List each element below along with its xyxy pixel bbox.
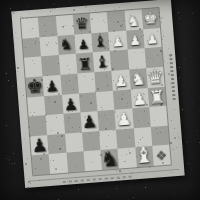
- square-b7[interactable]: [40, 36, 59, 57]
- piece-black-N-c7[interactable]: ♞: [59, 37, 74, 53]
- square-f7[interactable]: ♟: [108, 30, 127, 51]
- square-a1[interactable]: [32, 154, 51, 175]
- piece-black-P-d7[interactable]: ♟: [77, 38, 90, 52]
- piece-black-Q-d8[interactable]: ♛: [74, 15, 90, 32]
- piece-black-B-e7[interactable]: ♝: [93, 34, 108, 51]
- piece-white-P-g4[interactable]: ♟: [132, 91, 148, 108]
- square-b3[interactable]: [46, 114, 65, 135]
- square-f5[interactable]: ♟: [112, 69, 131, 90]
- piece-black-K-a5[interactable]: ♚: [26, 77, 45, 97]
- piece-white-K-h8[interactable]: ♚: [143, 10, 159, 27]
- square-e3[interactable]: [97, 110, 116, 131]
- square-e1[interactable]: ♞: [100, 149, 119, 170]
- square-h7[interactable]: ♟: [143, 28, 162, 49]
- square-e4[interactable]: [96, 90, 115, 111]
- square-d4[interactable]: [79, 92, 98, 113]
- piece-white-P-g7[interactable]: ♟: [129, 34, 142, 48]
- square-c3[interactable]: [63, 113, 82, 134]
- square-h3[interactable]: [149, 106, 168, 127]
- square-a7[interactable]: [22, 37, 41, 58]
- piece-white-P-f3[interactable]: ♟: [116, 111, 133, 129]
- square-f3[interactable]: ♟: [115, 109, 134, 130]
- piece-white-N-g8[interactable]: ♞: [127, 13, 141, 28]
- square-a5[interactable]: ♚: [26, 76, 45, 97]
- square-g7[interactable]: ♟: [126, 29, 145, 50]
- chess-board: ♛♞♚♞♟♝♟♟♟♜♝♚♟♟♞♛♟♟♜♟♟♟♞♝❖: [20, 7, 172, 176]
- piece-black-P-c4[interactable]: ♟: [63, 97, 79, 114]
- square-b6[interactable]: [41, 55, 60, 76]
- square-e8[interactable]: [90, 12, 109, 33]
- square-f6[interactable]: [110, 50, 129, 71]
- piece-white-N-g5[interactable]: ♞: [130, 71, 147, 89]
- square-f4[interactable]: [113, 89, 132, 110]
- square-h5[interactable]: ♛: [146, 67, 165, 88]
- piece-black-P-a2[interactable]: ♟: [31, 136, 49, 156]
- square-b4[interactable]: [44, 94, 63, 115]
- board-corner-logo-icon: ❖: [155, 148, 168, 162]
- square-h4[interactable]: ♜: [147, 86, 166, 107]
- square-g3[interactable]: [132, 107, 151, 128]
- piece-black-B-e6[interactable]: ♝: [94, 54, 110, 72]
- square-e7[interactable]: ♝: [91, 32, 110, 53]
- piece-black-P-b5[interactable]: ♟: [45, 79, 60, 95]
- square-f2[interactable]: [116, 128, 135, 149]
- square-b2[interactable]: [47, 133, 66, 154]
- square-d2[interactable]: [82, 131, 101, 152]
- square-g5[interactable]: ♞: [129, 68, 148, 89]
- square-c6[interactable]: [58, 54, 77, 75]
- square-a4[interactable]: [27, 96, 46, 117]
- piece-white-P-f7[interactable]: ♟: [112, 35, 125, 49]
- square-h8[interactable]: ♚: [141, 8, 160, 29]
- square-e6[interactable]: ♝: [93, 51, 112, 72]
- square-c1[interactable]: [66, 152, 85, 173]
- piece-black-R-d6[interactable]: ♜: [77, 56, 93, 73]
- square-c8[interactable]: [55, 15, 74, 36]
- photo-frame: ♛♞♚♞♟♝♟♟♟♜♝♚♟♟♞♛♟♟♜♟♟♟♞♝❖: [0, 0, 200, 200]
- square-c2[interactable]: [65, 132, 84, 153]
- square-d5[interactable]: [77, 72, 96, 93]
- square-d8[interactable]: ♛: [72, 13, 91, 34]
- square-b1[interactable]: [49, 153, 68, 174]
- square-a8[interactable]: [21, 17, 40, 38]
- square-d6[interactable]: ♜: [76, 53, 95, 74]
- square-g6[interactable]: [127, 48, 146, 69]
- square-d7[interactable]: ♟: [74, 33, 93, 54]
- square-g8[interactable]: ♞: [124, 9, 143, 30]
- square-a2[interactable]: ♟: [30, 135, 49, 156]
- square-b8[interactable]: [38, 16, 57, 37]
- square-f8[interactable]: [107, 11, 126, 32]
- square-g4[interactable]: ♟: [130, 88, 149, 109]
- square-c4[interactable]: ♟: [61, 93, 80, 114]
- piece-white-Q-h5[interactable]: ♛: [146, 67, 165, 87]
- square-e5[interactable]: [94, 71, 113, 92]
- piece-white-P-h7[interactable]: ♟: [146, 32, 159, 46]
- piece-black-P-d3[interactable]: ♟: [81, 114, 98, 132]
- square-h2[interactable]: [151, 125, 170, 146]
- piece-white-P-f5[interactable]: ♟: [114, 74, 129, 90]
- margin-text-illegible-right: [169, 54, 176, 102]
- square-h1[interactable]: ❖: [152, 145, 171, 166]
- square-b5[interactable]: ♟: [43, 75, 62, 96]
- square-d3[interactable]: ♟: [80, 111, 99, 132]
- square-c5[interactable]: [60, 73, 79, 94]
- chess-board-sheet: ♛♞♚♞♟♝♟♟♟♜♝♚♟♟♞♛♟♟♜♟♟♟♞♝❖: [11, 0, 184, 188]
- square-c7[interactable]: ♞: [57, 34, 76, 55]
- square-g1[interactable]: ♝: [135, 146, 154, 167]
- piece-white-R-h4[interactable]: ♜: [148, 88, 166, 107]
- square-a3[interactable]: [29, 115, 48, 136]
